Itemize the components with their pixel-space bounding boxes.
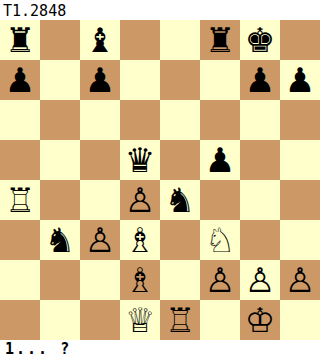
square-f5[interactable]: ♟ [200, 140, 240, 180]
square-g6[interactable] [240, 100, 280, 140]
square-f6[interactable] [200, 100, 240, 140]
move-prompt: 1... ? [5, 340, 71, 358]
square-a3[interactable] [0, 220, 40, 260]
black-pawn[interactable]: ♟ [0, 60, 40, 100]
square-c2[interactable] [80, 260, 120, 300]
white-bishop[interactable]: ♗ [120, 260, 160, 300]
square-h8[interactable] [280, 20, 320, 60]
square-c5[interactable] [80, 140, 120, 180]
chess-board: ♜♝♜♚♟♟♟♟♛♟♖♙♞♞♙♗♘♗♙♙♙♕♖♔ [0, 20, 320, 340]
black-pawn[interactable]: ♟ [80, 60, 120, 100]
square-g1[interactable]: ♔ [240, 300, 280, 340]
white-king[interactable]: ♔ [240, 300, 280, 340]
white-pawn[interactable]: ♙ [200, 260, 240, 300]
square-e5[interactable] [160, 140, 200, 180]
square-f1[interactable] [200, 300, 240, 340]
black-queen[interactable]: ♛ [120, 140, 160, 180]
white-pawn[interactable]: ♙ [280, 260, 320, 300]
square-d4[interactable]: ♙ [120, 180, 160, 220]
black-pawn[interactable]: ♟ [240, 60, 280, 100]
square-a7[interactable]: ♟ [0, 60, 40, 100]
square-f8[interactable]: ♜ [200, 20, 240, 60]
white-bishop[interactable]: ♗ [120, 220, 160, 260]
square-g4[interactable] [240, 180, 280, 220]
square-a5[interactable] [0, 140, 40, 180]
square-f4[interactable] [200, 180, 240, 220]
square-d3[interactable]: ♗ [120, 220, 160, 260]
square-h3[interactable] [280, 220, 320, 260]
black-knight[interactable]: ♞ [160, 180, 200, 220]
square-g8[interactable]: ♚ [240, 20, 280, 60]
black-pawn[interactable]: ♟ [200, 140, 240, 180]
square-a2[interactable] [0, 260, 40, 300]
white-pawn[interactable]: ♙ [120, 180, 160, 220]
square-b8[interactable] [40, 20, 80, 60]
square-f2[interactable]: ♙ [200, 260, 240, 300]
square-c8[interactable]: ♝ [80, 20, 120, 60]
square-e8[interactable] [160, 20, 200, 60]
square-c1[interactable] [80, 300, 120, 340]
black-rook[interactable]: ♜ [200, 20, 240, 60]
black-king[interactable]: ♚ [240, 20, 280, 60]
black-bishop[interactable]: ♝ [80, 20, 120, 60]
square-b3[interactable]: ♞ [40, 220, 80, 260]
square-d6[interactable] [120, 100, 160, 140]
white-knight[interactable]: ♘ [200, 220, 240, 260]
black-knight[interactable]: ♞ [40, 220, 80, 260]
square-d1[interactable]: ♕ [120, 300, 160, 340]
square-e2[interactable] [160, 260, 200, 300]
square-a1[interactable] [0, 300, 40, 340]
square-d5[interactable]: ♛ [120, 140, 160, 180]
square-g2[interactable]: ♙ [240, 260, 280, 300]
square-c3[interactable]: ♙ [80, 220, 120, 260]
square-e6[interactable] [160, 100, 200, 140]
square-c4[interactable] [80, 180, 120, 220]
square-d8[interactable] [120, 20, 160, 60]
square-g3[interactable] [240, 220, 280, 260]
square-d2[interactable]: ♗ [120, 260, 160, 300]
square-h5[interactable] [280, 140, 320, 180]
square-c6[interactable] [80, 100, 120, 140]
square-a4[interactable]: ♖ [0, 180, 40, 220]
white-pawn[interactable]: ♙ [240, 260, 280, 300]
white-rook[interactable]: ♖ [0, 180, 40, 220]
square-b7[interactable] [40, 60, 80, 100]
square-e3[interactable] [160, 220, 200, 260]
square-b6[interactable] [40, 100, 80, 140]
square-h1[interactable] [280, 300, 320, 340]
white-pawn[interactable]: ♙ [80, 220, 120, 260]
square-h4[interactable] [280, 180, 320, 220]
white-queen[interactable]: ♕ [120, 300, 160, 340]
square-h6[interactable] [280, 100, 320, 140]
square-h2[interactable]: ♙ [280, 260, 320, 300]
square-e4[interactable]: ♞ [160, 180, 200, 220]
square-a6[interactable] [0, 100, 40, 140]
square-c7[interactable]: ♟ [80, 60, 120, 100]
square-g5[interactable] [240, 140, 280, 180]
square-a8[interactable]: ♜ [0, 20, 40, 60]
square-f3[interactable]: ♘ [200, 220, 240, 260]
white-rook[interactable]: ♖ [160, 300, 200, 340]
puzzle-id: T1.2848 [3, 2, 66, 20]
square-e1[interactable]: ♖ [160, 300, 200, 340]
square-h7[interactable]: ♟ [280, 60, 320, 100]
square-b4[interactable] [40, 180, 80, 220]
square-e7[interactable] [160, 60, 200, 100]
square-b2[interactable] [40, 260, 80, 300]
black-pawn[interactable]: ♟ [280, 60, 320, 100]
square-b1[interactable] [40, 300, 80, 340]
black-rook[interactable]: ♜ [0, 20, 40, 60]
square-b5[interactable] [40, 140, 80, 180]
square-d7[interactable] [120, 60, 160, 100]
square-f7[interactable] [200, 60, 240, 100]
square-g7[interactable]: ♟ [240, 60, 280, 100]
